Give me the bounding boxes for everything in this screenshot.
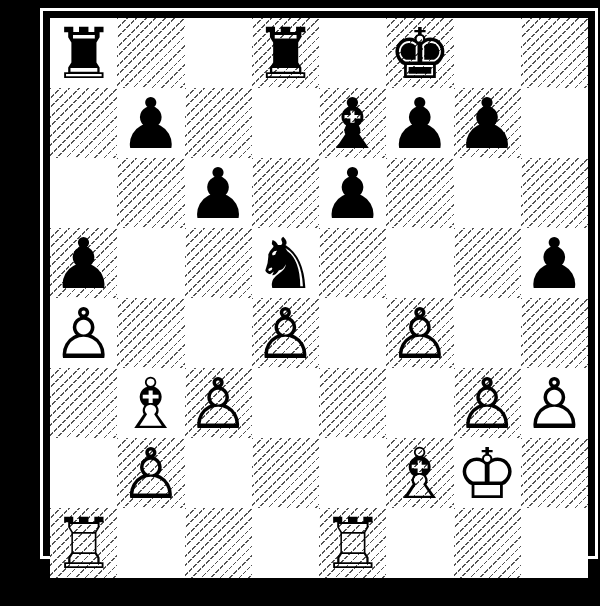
square-d5[interactable]: ♞ [252,228,319,298]
square-c1[interactable] [185,508,252,578]
square-b7[interactable]: ♟ [117,88,184,158]
square-a4[interactable]: ♙ [50,298,117,368]
square-f6[interactable] [386,158,453,228]
square-a2[interactable] [50,438,117,508]
square-e6[interactable]: ♟ [319,158,386,228]
square-d4[interactable]: ♙ [252,298,319,368]
square-f3[interactable] [386,368,453,438]
square-g2[interactable]: ♔ [454,438,521,508]
square-h2[interactable] [521,438,588,508]
square-h5[interactable]: ♟ [521,228,588,298]
square-d2[interactable] [252,438,319,508]
square-a1[interactable]: ♖ [50,508,117,578]
piece-white-king[interactable]: ♔ [456,439,519,509]
square-c5[interactable] [185,228,252,298]
piece-white-pawn[interactable]: ♙ [52,299,115,369]
chess-board: ♜♜♚♟♝♟♟♟♟♟♞♟♙♙♙♗♙♙♙♙♗♔♖♖ [50,18,588,549]
piece-black-pawn[interactable]: ♟ [456,89,519,159]
square-a6[interactable] [50,158,117,228]
chess-diagram-frame: ♜♜♚♟♝♟♟♟♟♟♞♟♙♙♙♗♙♙♙♙♗♔♖♖ [43,11,595,556]
piece-white-rook[interactable]: ♖ [321,509,384,579]
piece-white-pawn[interactable]: ♙ [187,369,250,439]
square-g7[interactable]: ♟ [454,88,521,158]
square-d6[interactable] [252,158,319,228]
square-h6[interactable] [521,158,588,228]
piece-white-pawn[interactable]: ♙ [388,299,451,369]
square-b6[interactable] [117,158,184,228]
square-g4[interactable] [454,298,521,368]
piece-black-rook[interactable]: ♜ [254,19,317,89]
piece-black-pawn[interactable]: ♟ [321,159,384,229]
piece-black-pawn[interactable]: ♟ [187,159,250,229]
square-b4[interactable] [117,298,184,368]
square-f1[interactable] [386,508,453,578]
piece-white-rook[interactable]: ♖ [52,509,115,579]
piece-black-bishop[interactable]: ♝ [321,89,384,159]
square-e3[interactable] [319,368,386,438]
square-e2[interactable] [319,438,386,508]
square-b8[interactable] [117,18,184,88]
square-b3[interactable]: ♗ [117,368,184,438]
square-d7[interactable] [252,88,319,158]
square-c8[interactable] [185,18,252,88]
square-e1[interactable]: ♖ [319,508,386,578]
piece-black-king[interactable]: ♚ [388,19,451,89]
square-a3[interactable] [50,368,117,438]
square-g5[interactable] [454,228,521,298]
page-background: ♜♜♚♟♝♟♟♟♟♟♞♟♙♙♙♗♙♙♙♙♗♔♖♖ [0,0,600,606]
square-h1[interactable] [521,508,588,578]
square-f5[interactable] [386,228,453,298]
square-h4[interactable] [521,298,588,368]
square-f7[interactable]: ♟ [386,88,453,158]
square-e7[interactable]: ♝ [319,88,386,158]
piece-white-bishop[interactable]: ♗ [119,369,182,439]
piece-white-bishop[interactable]: ♗ [388,439,451,509]
square-e4[interactable] [319,298,386,368]
square-e8[interactable] [319,18,386,88]
square-d1[interactable] [252,508,319,578]
piece-white-pawn[interactable]: ♙ [523,369,586,439]
square-g3[interactable]: ♙ [454,368,521,438]
square-b1[interactable] [117,508,184,578]
piece-black-pawn[interactable]: ♟ [119,89,182,159]
square-b2[interactable]: ♙ [117,438,184,508]
square-h8[interactable] [521,18,588,88]
square-d3[interactable] [252,368,319,438]
square-d8[interactable]: ♜ [252,18,319,88]
square-c6[interactable]: ♟ [185,158,252,228]
piece-black-pawn[interactable]: ♟ [523,229,586,299]
square-c2[interactable] [185,438,252,508]
piece-white-pawn[interactable]: ♙ [456,369,519,439]
square-f8[interactable]: ♚ [386,18,453,88]
square-a8[interactable]: ♜ [50,18,117,88]
square-h7[interactable] [521,88,588,158]
square-b5[interactable] [117,228,184,298]
piece-white-pawn[interactable]: ♙ [254,299,317,369]
square-c7[interactable] [185,88,252,158]
square-c4[interactable] [185,298,252,368]
square-g1[interactable] [454,508,521,578]
piece-black-knight[interactable]: ♞ [254,229,317,299]
piece-black-pawn[interactable]: ♟ [52,229,115,299]
square-e5[interactable] [319,228,386,298]
square-g6[interactable] [454,158,521,228]
square-g8[interactable] [454,18,521,88]
square-a7[interactable] [50,88,117,158]
square-a5[interactable]: ♟ [50,228,117,298]
piece-white-pawn[interactable]: ♙ [119,439,182,509]
piece-black-pawn[interactable]: ♟ [388,89,451,159]
square-h3[interactable]: ♙ [521,368,588,438]
piece-black-rook[interactable]: ♜ [52,19,115,89]
square-f2[interactable]: ♗ [386,438,453,508]
square-c3[interactable]: ♙ [185,368,252,438]
square-f4[interactable]: ♙ [386,298,453,368]
